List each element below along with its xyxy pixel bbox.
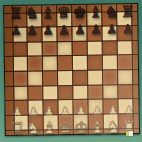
square-h3 — [117, 85, 131, 99]
square-c6 — [42, 42, 56, 56]
square-d3 — [58, 86, 72, 100]
square-e4 — [73, 71, 87, 85]
square-b2: ♟ — [28, 101, 42, 115]
square-f7: ♟ — [87, 27, 101, 41]
square-c1: ♝ — [43, 115, 57, 129]
square-e1: ♚ — [73, 115, 87, 129]
square-g4 — [102, 70, 116, 84]
square-h7: ♟ — [117, 26, 131, 40]
piece-black-queen: ♛ — [56, 5, 71, 21]
square-b6 — [27, 42, 41, 56]
square-d4 — [58, 71, 72, 85]
square-e7: ♟ — [72, 27, 86, 41]
square-b4 — [28, 71, 42, 85]
square-e2: ♟ — [73, 100, 87, 114]
piece-black-rook: ♜ — [8, 6, 23, 22]
square-d2: ♟ — [58, 100, 72, 114]
square-d6 — [57, 42, 71, 56]
square-a4 — [13, 72, 27, 86]
square-c5 — [43, 57, 57, 71]
square-h6 — [117, 41, 131, 55]
square-d1: ♛ — [58, 115, 72, 129]
square-a2: ♟ — [13, 101, 27, 115]
square-h4 — [117, 70, 131, 84]
piece-black-rook: ♜ — [120, 4, 135, 20]
square-b3 — [28, 86, 42, 100]
square-a6 — [13, 42, 27, 56]
square-f3 — [88, 85, 102, 99]
square-g7: ♟ — [102, 26, 116, 40]
square-h2: ♟ — [118, 99, 132, 113]
square-b7: ♟ — [27, 28, 41, 42]
square-c3 — [43, 86, 57, 100]
square-g5 — [102, 56, 116, 70]
square-e5 — [72, 56, 86, 70]
square-b5 — [28, 57, 42, 71]
sticker — [126, 131, 133, 136]
square-f4 — [87, 71, 101, 85]
square-h5 — [117, 56, 131, 70]
square-d7: ♟ — [57, 27, 71, 41]
square-b1: ♞ — [29, 115, 43, 129]
square-e3 — [73, 85, 87, 99]
square-g1: ♞ — [103, 114, 117, 128]
square-a3 — [13, 86, 27, 100]
square-g6 — [102, 41, 116, 55]
piece-black-king: ♚ — [72, 5, 87, 21]
square-a5 — [13, 57, 27, 71]
table-felt: ♜♞♝♛♚♝♞♜♟♟♟♟♟♟♟♟♟♟♟♟♟♟♟♟♜♞♝♛♚♝♞♜ — [0, 0, 142, 142]
square-a7: ♟ — [12, 28, 26, 42]
square-f5 — [87, 56, 101, 70]
square-h1: ♜ — [118, 114, 132, 128]
square-g3 — [102, 85, 116, 99]
square-e6 — [72, 42, 86, 56]
square-f1: ♝ — [88, 114, 102, 128]
square-g2: ♟ — [103, 100, 117, 114]
square-c4 — [43, 71, 57, 85]
square-f2: ♟ — [88, 100, 102, 114]
square-d5 — [57, 56, 71, 70]
square-c7: ♟ — [42, 27, 56, 41]
board: ♜♞♝♛♚♝♞♜♟♟♟♟♟♟♟♟♟♟♟♟♟♟♟♟♜♞♝♛♚♝♞♜ — [3, 3, 140, 136]
square-f6 — [87, 41, 101, 55]
square-c2: ♟ — [43, 100, 57, 114]
